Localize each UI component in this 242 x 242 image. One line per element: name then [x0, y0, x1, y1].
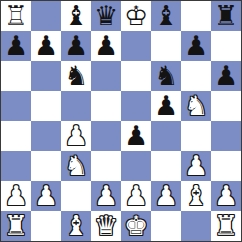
- piece-white-bishop[interactable]: ♝: [184, 181, 208, 211]
- square-e3[interactable]: [121, 151, 151, 181]
- square-d2[interactable]: ♟: [91, 181, 121, 211]
- square-d4[interactable]: [91, 121, 121, 151]
- square-d7[interactable]: ♟: [91, 31, 121, 61]
- piece-black-pawn[interactable]: ♟: [184, 31, 208, 61]
- square-g3[interactable]: ♟: [181, 151, 211, 181]
- square-b4[interactable]: [31, 121, 61, 151]
- piece-white-knight[interactable]: ♞: [184, 91, 208, 121]
- piece-black-pawn[interactable]: ♟: [4, 31, 28, 61]
- square-g7[interactable]: ♟: [181, 31, 211, 61]
- piece-black-knight[interactable]: ♞: [154, 61, 178, 91]
- square-a1[interactable]: ♜: [1, 211, 31, 241]
- square-c3[interactable]: ♞: [61, 151, 91, 181]
- piece-black-king[interactable]: ♔: [124, 1, 148, 31]
- piece-white-pawn[interactable]: ♟: [154, 181, 178, 211]
- square-h7[interactable]: [211, 31, 241, 61]
- square-a2[interactable]: ♟: [1, 181, 31, 211]
- square-g2[interactable]: ♝: [181, 181, 211, 211]
- square-d3[interactable]: [91, 151, 121, 181]
- square-e4[interactable]: ♟: [121, 121, 151, 151]
- piece-black-bishop[interactable]: ♝: [154, 1, 178, 31]
- square-c8[interactable]: ♝: [61, 1, 91, 31]
- square-f4[interactable]: [151, 121, 181, 151]
- piece-black-rook[interactable]: ♖: [4, 1, 28, 31]
- piece-white-rook[interactable]: ♜: [214, 211, 238, 241]
- chess-board: ♖♝♛♔♝♜♟♟♟♟♟♞♞♟♟♞♟♟♞♟♟♟♟♟♟♝♟♜♝♛♚♜: [0, 0, 242, 242]
- piece-black-rook[interactable]: ♜: [214, 1, 238, 31]
- square-h4[interactable]: [211, 121, 241, 151]
- square-b7[interactable]: ♟: [31, 31, 61, 61]
- square-c5[interactable]: [61, 91, 91, 121]
- piece-black-bishop[interactable]: ♝: [64, 1, 88, 31]
- square-d5[interactable]: [91, 91, 121, 121]
- square-b2[interactable]: ♟: [31, 181, 61, 211]
- square-g4[interactable]: [181, 121, 211, 151]
- piece-black-pawn[interactable]: ♟: [154, 91, 178, 121]
- square-g5[interactable]: ♞: [181, 91, 211, 121]
- square-a7[interactable]: ♟: [1, 31, 31, 61]
- piece-black-queen[interactable]: ♛: [94, 1, 118, 31]
- square-f7[interactable]: [151, 31, 181, 61]
- square-h8[interactable]: ♜: [211, 1, 241, 31]
- piece-white-knight[interactable]: ♞: [64, 151, 88, 181]
- piece-black-pawn[interactable]: ♟: [34, 31, 58, 61]
- piece-white-pawn[interactable]: ♟: [4, 181, 28, 211]
- piece-white-queen[interactable]: ♛: [94, 211, 118, 241]
- square-h6[interactable]: ♟: [211, 61, 241, 91]
- square-f6[interactable]: ♞: [151, 61, 181, 91]
- square-f5[interactable]: ♟: [151, 91, 181, 121]
- square-g1[interactable]: [181, 211, 211, 241]
- square-h2[interactable]: ♟: [211, 181, 241, 211]
- piece-white-pawn[interactable]: ♟: [214, 181, 238, 211]
- square-d1[interactable]: ♛: [91, 211, 121, 241]
- square-d8[interactable]: ♛: [91, 1, 121, 31]
- square-f2[interactable]: ♟: [151, 181, 181, 211]
- piece-white-rook[interactable]: ♜: [4, 211, 28, 241]
- piece-white-king[interactable]: ♚: [124, 211, 148, 241]
- square-d6[interactable]: [91, 61, 121, 91]
- square-h3[interactable]: [211, 151, 241, 181]
- piece-white-pawn[interactable]: ♟: [124, 181, 148, 211]
- square-h1[interactable]: ♜: [211, 211, 241, 241]
- square-a3[interactable]: [1, 151, 31, 181]
- square-a5[interactable]: [1, 91, 31, 121]
- square-b8[interactable]: [31, 1, 61, 31]
- square-b5[interactable]: [31, 91, 61, 121]
- piece-black-pawn[interactable]: ♟: [64, 31, 88, 61]
- square-b3[interactable]: [31, 151, 61, 181]
- square-f1[interactable]: [151, 211, 181, 241]
- square-g6[interactable]: [181, 61, 211, 91]
- square-e1[interactable]: ♚: [121, 211, 151, 241]
- square-a6[interactable]: [1, 61, 31, 91]
- piece-white-pawn[interactable]: ♟: [94, 181, 118, 211]
- square-a4[interactable]: [1, 121, 31, 151]
- square-e6[interactable]: [121, 61, 151, 91]
- piece-white-pawn[interactable]: ♟: [34, 181, 58, 211]
- square-e5[interactable]: [121, 91, 151, 121]
- piece-white-pawn[interactable]: ♟: [184, 151, 208, 181]
- piece-white-pawn[interactable]: ♟: [64, 121, 88, 151]
- square-f3[interactable]: [151, 151, 181, 181]
- square-c4[interactable]: ♟: [61, 121, 91, 151]
- square-e8[interactable]: ♔: [121, 1, 151, 31]
- square-c2[interactable]: [61, 181, 91, 211]
- square-f8[interactable]: ♝: [151, 1, 181, 31]
- square-g8[interactable]: [181, 1, 211, 31]
- piece-black-knight[interactable]: ♞: [64, 61, 88, 91]
- piece-black-pawn[interactable]: ♟: [124, 121, 148, 151]
- piece-black-pawn[interactable]: ♟: [214, 61, 238, 91]
- square-e7[interactable]: [121, 31, 151, 61]
- square-b1[interactable]: [31, 211, 61, 241]
- square-h5[interactable]: [211, 91, 241, 121]
- square-c7[interactable]: ♟: [61, 31, 91, 61]
- square-c1[interactable]: ♝: [61, 211, 91, 241]
- square-e2[interactable]: ♟: [121, 181, 151, 211]
- piece-white-bishop[interactable]: ♝: [64, 211, 88, 241]
- square-a8[interactable]: ♖: [1, 1, 31, 31]
- square-c6[interactable]: ♞: [61, 61, 91, 91]
- square-b6[interactable]: [31, 61, 61, 91]
- piece-black-pawn[interactable]: ♟: [94, 31, 118, 61]
